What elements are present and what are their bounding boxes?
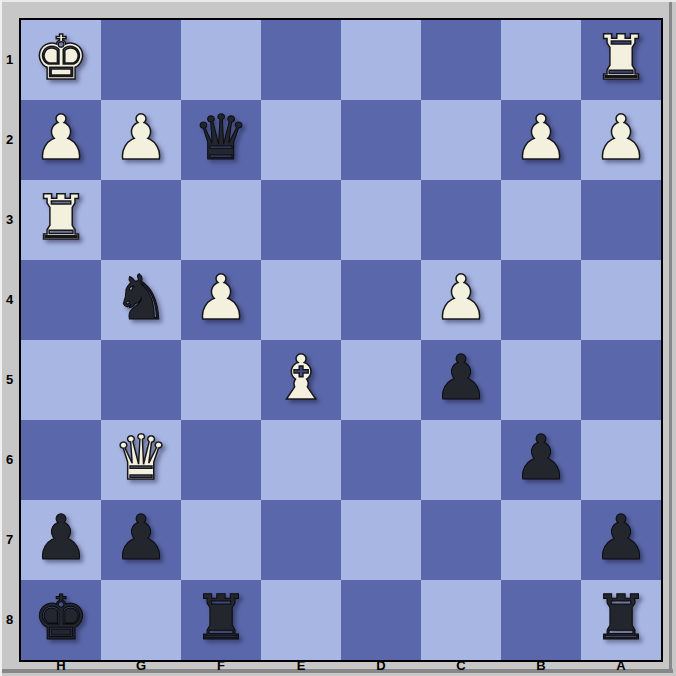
square-g4[interactable]: ♞ (101, 260, 181, 340)
piece-white-king[interactable]: ♚ (33, 18, 89, 98)
file-label-d: D (341, 659, 421, 674)
board-panel: ♚♜♟♟♛♟♟♜♞♟♟♝♟♛♟♟♟♟♚♜♜ 12345678 HGFEDCBA (0, 0, 676, 676)
square-h8[interactable]: ♚ (21, 580, 101, 660)
square-h3[interactable]: ♜ (21, 180, 101, 260)
file-label-g: G (101, 659, 181, 674)
square-d4[interactable] (341, 260, 421, 340)
square-c5[interactable]: ♟ (421, 340, 501, 420)
square-e2[interactable] (261, 100, 341, 180)
square-g5[interactable] (101, 340, 181, 420)
frame-shadow-right (669, 2, 672, 673)
square-b5[interactable] (501, 340, 581, 420)
square-d3[interactable] (341, 180, 421, 260)
square-d8[interactable] (341, 580, 421, 660)
piece-black-pawn[interactable]: ♟ (433, 338, 489, 418)
piece-white-pawn[interactable]: ♟ (593, 98, 649, 178)
square-f8[interactable]: ♜ (181, 580, 261, 660)
rank-label-6: 6 (0, 420, 19, 500)
square-g8[interactable] (101, 580, 181, 660)
square-g6[interactable]: ♛ (101, 420, 181, 500)
square-d2[interactable] (341, 100, 421, 180)
square-f2[interactable]: ♛ (181, 100, 261, 180)
rank-labels: 12345678 (0, 20, 19, 660)
file-labels: HGFEDCBA (21, 659, 661, 674)
square-a8[interactable]: ♜ (581, 580, 661, 660)
square-e5[interactable]: ♝ (261, 340, 341, 420)
square-h4[interactable] (21, 260, 101, 340)
piece-white-pawn[interactable]: ♟ (113, 98, 169, 178)
piece-black-queen[interactable]: ♛ (193, 98, 249, 178)
square-b3[interactable] (501, 180, 581, 260)
square-c8[interactable] (421, 580, 501, 660)
square-g7[interactable]: ♟ (101, 500, 181, 580)
rank-label-1: 1 (0, 20, 19, 100)
file-label-a: A (581, 659, 661, 674)
file-label-b: B (501, 659, 581, 674)
square-a6[interactable] (581, 420, 661, 500)
square-b7[interactable] (501, 500, 581, 580)
square-g3[interactable] (101, 180, 181, 260)
square-c2[interactable] (421, 100, 501, 180)
file-label-e: E (261, 659, 341, 674)
square-e8[interactable] (261, 580, 341, 660)
piece-white-rook[interactable]: ♜ (33, 178, 89, 258)
piece-black-rook[interactable]: ♜ (593, 578, 649, 658)
rank-label-4: 4 (0, 260, 19, 340)
square-c3[interactable] (421, 180, 501, 260)
square-h6[interactable] (21, 420, 101, 500)
square-b1[interactable] (501, 20, 581, 100)
square-d5[interactable] (341, 340, 421, 420)
square-e4[interactable] (261, 260, 341, 340)
piece-white-bishop[interactable]: ♝ (273, 338, 329, 418)
square-d7[interactable] (341, 500, 421, 580)
square-f6[interactable] (181, 420, 261, 500)
file-label-c: C (421, 659, 501, 674)
square-f7[interactable] (181, 500, 261, 580)
piece-black-pawn[interactable]: ♟ (513, 418, 569, 498)
square-d6[interactable] (341, 420, 421, 500)
piece-white-pawn[interactable]: ♟ (193, 258, 249, 338)
square-h1[interactable]: ♚ (21, 20, 101, 100)
piece-white-pawn[interactable]: ♟ (513, 98, 569, 178)
square-a5[interactable] (581, 340, 661, 420)
chess-board: ♚♜♟♟♛♟♟♜♞♟♟♝♟♛♟♟♟♟♚♜♜ (19, 18, 663, 662)
rank-label-5: 5 (0, 340, 19, 420)
piece-black-pawn[interactable]: ♟ (593, 498, 649, 578)
square-a4[interactable] (581, 260, 661, 340)
square-d1[interactable] (341, 20, 421, 100)
square-e1[interactable] (261, 20, 341, 100)
square-f1[interactable] (181, 20, 261, 100)
piece-black-pawn[interactable]: ♟ (33, 498, 89, 578)
square-f5[interactable] (181, 340, 261, 420)
square-c4[interactable]: ♟ (421, 260, 501, 340)
square-c7[interactable] (421, 500, 501, 580)
rank-label-8: 8 (0, 580, 19, 660)
square-b8[interactable] (501, 580, 581, 660)
piece-white-pawn[interactable]: ♟ (433, 258, 489, 338)
square-a2[interactable]: ♟ (581, 100, 661, 180)
square-c6[interactable] (421, 420, 501, 500)
square-e7[interactable] (261, 500, 341, 580)
rank-label-3: 3 (0, 180, 19, 260)
square-f3[interactable] (181, 180, 261, 260)
frame-highlight-top (0, 0, 676, 2)
square-a1[interactable]: ♜ (581, 20, 661, 100)
piece-black-king[interactable]: ♚ (33, 578, 89, 658)
rank-label-7: 7 (0, 500, 19, 580)
piece-black-pawn[interactable]: ♟ (113, 498, 169, 578)
piece-black-rook[interactable]: ♜ (193, 578, 249, 658)
square-h2[interactable]: ♟ (21, 100, 101, 180)
square-e6[interactable] (261, 420, 341, 500)
square-b2[interactable]: ♟ (501, 100, 581, 180)
file-label-f: F (181, 659, 261, 674)
piece-black-knight[interactable]: ♞ (113, 258, 169, 338)
square-h5[interactable] (21, 340, 101, 420)
square-f4[interactable]: ♟ (181, 260, 261, 340)
piece-white-rook[interactable]: ♜ (593, 18, 649, 98)
rank-label-2: 2 (0, 100, 19, 180)
square-h7[interactable]: ♟ (21, 500, 101, 580)
square-e3[interactable] (261, 180, 341, 260)
square-g2[interactable]: ♟ (101, 100, 181, 180)
square-c1[interactable] (421, 20, 501, 100)
square-a3[interactable] (581, 180, 661, 260)
piece-white-queen[interactable]: ♛ (113, 418, 169, 498)
piece-white-pawn[interactable]: ♟ (33, 98, 89, 178)
square-a7[interactable]: ♟ (581, 500, 661, 580)
file-label-h: H (21, 659, 101, 674)
square-g1[interactable] (101, 20, 181, 100)
square-b4[interactable] (501, 260, 581, 340)
square-b6[interactable]: ♟ (501, 420, 581, 500)
